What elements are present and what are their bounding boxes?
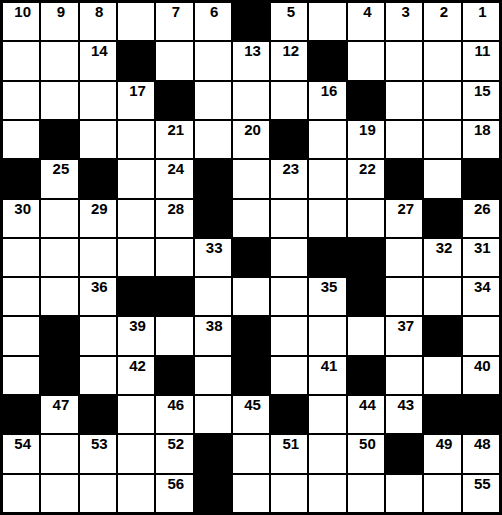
- cell-r9c10[interactable]: [348, 317, 384, 354]
- clue-number-7: 7: [159, 4, 192, 19]
- cell-r8c9[interactable]: 35: [309, 278, 345, 315]
- block-cell-r2c9: [309, 42, 345, 79]
- cell-r9c9[interactable]: [309, 317, 345, 354]
- cell-r4c3[interactable]: [80, 121, 116, 158]
- block-cell-r12c6: [195, 435, 231, 472]
- cell-r10c6[interactable]: [195, 357, 231, 394]
- clue-number-52: 52: [159, 436, 192, 451]
- block-cell-r5c3: [80, 160, 116, 197]
- cell-r7c11[interactable]: [386, 239, 422, 276]
- cell-r6c3[interactable]: 29: [80, 200, 116, 237]
- cell-r10c12[interactable]: [424, 357, 460, 394]
- cell-r6c4[interactable]: [118, 200, 154, 237]
- block-cell-r11c1: [3, 396, 39, 433]
- block-cell-r8c5: [156, 278, 192, 315]
- cell-r8c11[interactable]: [386, 278, 422, 315]
- block-cell-r7c10: [348, 239, 384, 276]
- cell-r7c6[interactable]: 33: [195, 239, 231, 276]
- cell-r2c1[interactable]: [3, 42, 39, 79]
- cell-r7c12[interactable]: 32: [424, 239, 460, 276]
- cell-r1c4[interactable]: [118, 3, 154, 40]
- cell-r2c5[interactable]: [156, 42, 192, 79]
- cell-r4c7[interactable]: 20: [233, 121, 269, 158]
- cell-r1c2[interactable]: 9: [41, 3, 77, 40]
- block-cell-r8c10: [348, 278, 384, 315]
- block-cell-r10c7: [233, 357, 269, 394]
- cell-r1c12[interactable]: 2: [424, 3, 460, 40]
- cell-r8c6[interactable]: [195, 278, 231, 315]
- cell-r8c2[interactable]: [41, 278, 77, 315]
- cell-r6c9[interactable]: [309, 200, 345, 237]
- cell-r1c3[interactable]: 8: [80, 3, 116, 40]
- clue-number-14: 14: [83, 43, 116, 58]
- cell-r11c5[interactable]: 46: [156, 396, 192, 433]
- cell-r8c8[interactable]: [271, 278, 307, 315]
- block-cell-r5c11: [386, 160, 422, 197]
- cell-r9c6[interactable]: 38: [195, 317, 231, 354]
- cell-r5c10[interactable]: 22: [348, 160, 384, 197]
- cell-r5c12[interactable]: [424, 160, 460, 197]
- cell-r2c6[interactable]: [195, 42, 231, 79]
- cell-r12c10[interactable]: 50: [348, 435, 384, 472]
- clue-number-16: 16: [312, 83, 345, 98]
- cell-r1c13[interactable]: 1: [463, 3, 499, 40]
- clue-number-48: 48: [466, 436, 499, 451]
- clue-number-13: 13: [236, 43, 269, 58]
- cell-r6c10[interactable]: [348, 200, 384, 237]
- cell-r2c7[interactable]: 13: [233, 42, 269, 79]
- cell-r3c12[interactable]: [424, 82, 460, 119]
- clue-number-4: 4: [351, 4, 384, 19]
- cell-r12c8[interactable]: 51: [271, 435, 307, 472]
- cell-r1c8[interactable]: 5: [271, 3, 307, 40]
- clue-number-32: 32: [427, 240, 460, 255]
- clue-number-9: 9: [44, 4, 77, 19]
- cell-r1c6[interactable]: 6: [195, 3, 231, 40]
- cell-r4c6[interactable]: [195, 121, 231, 158]
- cell-r6c7[interactable]: [233, 200, 269, 237]
- cell-r4c13[interactable]: 18: [463, 121, 499, 158]
- cell-r5c4[interactable]: [118, 160, 154, 197]
- cell-r10c4[interactable]: 42: [118, 357, 154, 394]
- block-cell-r9c2: [41, 317, 77, 354]
- clue-number-40: 40: [466, 358, 499, 373]
- cell-r3c6[interactable]: [195, 82, 231, 119]
- clue-number-50: 50: [351, 436, 384, 451]
- block-cell-r12c11: [386, 435, 422, 472]
- cell-r3c11[interactable]: [386, 82, 422, 119]
- clue-number-54: 54: [6, 436, 39, 451]
- clue-number-2: 2: [427, 4, 460, 19]
- clue-number-47: 47: [44, 397, 77, 412]
- clue-number-53: 53: [83, 436, 116, 451]
- cell-r2c11[interactable]: [386, 42, 422, 79]
- cell-r13c4[interactable]: [118, 475, 154, 512]
- cell-r4c11[interactable]: [386, 121, 422, 158]
- cell-r3c1[interactable]: [3, 82, 39, 119]
- block-cell-r2c4: [118, 42, 154, 79]
- clue-number-20: 20: [236, 122, 269, 137]
- block-cell-r9c12: [424, 317, 460, 354]
- cell-r9c11[interactable]: 37: [386, 317, 422, 354]
- crossword-board: 1098765432114131211171615212019182524232…: [0, 0, 502, 515]
- clue-number-24: 24: [159, 161, 192, 176]
- cell-r8c13[interactable]: 34: [463, 278, 499, 315]
- cell-r9c3[interactable]: [80, 317, 116, 354]
- cell-r11c2[interactable]: 47: [41, 396, 77, 433]
- cell-r10c1[interactable]: [3, 357, 39, 394]
- cell-r8c3[interactable]: 36: [80, 278, 116, 315]
- cell-r13c5[interactable]: 56: [156, 475, 192, 512]
- cell-r12c1[interactable]: 54: [3, 435, 39, 472]
- cell-r10c9[interactable]: 41: [309, 357, 345, 394]
- cell-r4c5[interactable]: 21: [156, 121, 192, 158]
- clue-number-30: 30: [6, 201, 39, 216]
- cell-r9c8[interactable]: [271, 317, 307, 354]
- block-cell-r5c6: [195, 160, 231, 197]
- clue-number-55: 55: [466, 476, 499, 491]
- cell-r5c7[interactable]: [233, 160, 269, 197]
- cell-r3c2[interactable]: [41, 82, 77, 119]
- cell-r3c13[interactable]: 15: [463, 82, 499, 119]
- cell-r2c10[interactable]: [348, 42, 384, 79]
- clue-number-19: 19: [351, 122, 384, 137]
- clue-number-41: 41: [312, 358, 345, 373]
- block-cell-r6c12: [424, 200, 460, 237]
- clue-number-49: 49: [427, 436, 460, 451]
- block-cell-r1c7: [233, 3, 269, 40]
- cell-r10c3[interactable]: [80, 357, 116, 394]
- block-cell-r10c5: [156, 357, 192, 394]
- clue-number-28: 28: [159, 201, 192, 216]
- clue-number-6: 6: [198, 4, 231, 19]
- cell-r12c2[interactable]: [41, 435, 77, 472]
- clue-number-56: 56: [159, 476, 192, 491]
- clue-number-44: 44: [351, 397, 384, 412]
- clue-number-15: 15: [466, 83, 499, 98]
- cell-r3c9[interactable]: 16: [309, 82, 345, 119]
- cell-r1c11[interactable]: 3: [386, 3, 422, 40]
- cell-r9c4[interactable]: 39: [118, 317, 154, 354]
- cell-r6c5[interactable]: 28: [156, 200, 192, 237]
- cell-r3c7[interactable]: [233, 82, 269, 119]
- clue-number-26: 26: [466, 201, 499, 216]
- clue-number-34: 34: [466, 279, 499, 294]
- cell-r6c2[interactable]: [41, 200, 77, 237]
- cell-r13c3[interactable]: [80, 475, 116, 512]
- cell-r6c11[interactable]: 27: [386, 200, 422, 237]
- clue-number-18: 18: [466, 122, 499, 137]
- cell-r5c2[interactable]: 25: [41, 160, 77, 197]
- cell-r11c4[interactable]: [118, 396, 154, 433]
- clue-number-31: 31: [466, 240, 499, 255]
- cell-r13c9[interactable]: [309, 475, 345, 512]
- cell-r8c1[interactable]: [3, 278, 39, 315]
- block-cell-r10c10: [348, 357, 384, 394]
- cell-r7c2[interactable]: [41, 239, 77, 276]
- cell-r2c12[interactable]: [424, 42, 460, 79]
- cell-r5c8[interactable]: 23: [271, 160, 307, 197]
- cell-r3c3[interactable]: [80, 82, 116, 119]
- cell-r8c12[interactable]: [424, 278, 460, 315]
- cell-r6c1[interactable]: 30: [3, 200, 39, 237]
- clue-number-46: 46: [159, 397, 192, 412]
- clue-number-5: 5: [274, 4, 307, 19]
- cell-r12c7[interactable]: [233, 435, 269, 472]
- cell-r7c8[interactable]: [271, 239, 307, 276]
- cell-r4c4[interactable]: [118, 121, 154, 158]
- clue-number-33: 33: [198, 240, 231, 255]
- clue-number-22: 22: [351, 161, 384, 176]
- block-cell-r4c2: [41, 121, 77, 158]
- cell-r13c2[interactable]: [41, 475, 77, 512]
- cell-r1c10[interactable]: 4: [348, 3, 384, 40]
- block-cell-r9c7: [233, 317, 269, 354]
- clue-number-51: 51: [274, 436, 307, 451]
- block-cell-r11c3: [80, 396, 116, 433]
- clue-number-10: 10: [6, 4, 39, 19]
- cell-r1c9[interactable]: [309, 3, 345, 40]
- cell-r7c4[interactable]: [118, 239, 154, 276]
- cell-r13c8[interactable]: [271, 475, 307, 512]
- clue-number-43: 43: [389, 397, 422, 412]
- block-cell-r11c12: [424, 396, 460, 433]
- cell-r12c9[interactable]: [309, 435, 345, 472]
- cell-r12c13[interactable]: 48: [463, 435, 499, 472]
- cell-r2c13[interactable]: 11: [463, 42, 499, 79]
- cell-r13c13[interactable]: 55: [463, 475, 499, 512]
- cell-r11c9[interactable]: [309, 396, 345, 433]
- block-cell-r4c8: [271, 121, 307, 158]
- block-cell-r3c10: [348, 82, 384, 119]
- cell-r1c1[interactable]: 10: [3, 3, 39, 40]
- cell-r13c11[interactable]: [386, 475, 422, 512]
- clue-number-21: 21: [159, 122, 192, 137]
- cell-r9c5[interactable]: [156, 317, 192, 354]
- cell-r2c3[interactable]: 14: [80, 42, 116, 79]
- block-cell-r5c13: [463, 160, 499, 197]
- cell-r2c2[interactable]: [41, 42, 77, 79]
- block-cell-r7c7: [233, 239, 269, 276]
- cell-r8c7[interactable]: [233, 278, 269, 315]
- block-cell-r11c8: [271, 396, 307, 433]
- block-cell-r11c13: [463, 396, 499, 433]
- cell-r11c10[interactable]: 44: [348, 396, 384, 433]
- cell-r12c4[interactable]: [118, 435, 154, 472]
- cell-r12c5[interactable]: 52: [156, 435, 192, 472]
- cell-r1c5[interactable]: 7: [156, 3, 192, 40]
- clue-number-1: 1: [466, 4, 499, 19]
- clue-number-37: 37: [389, 318, 422, 333]
- cell-r6c8[interactable]: [271, 200, 307, 237]
- block-cell-r7c9: [309, 239, 345, 276]
- clue-number-35: 35: [312, 279, 345, 294]
- cell-r4c12[interactable]: [424, 121, 460, 158]
- cell-r3c8[interactable]: [271, 82, 307, 119]
- cell-r4c9[interactable]: [309, 121, 345, 158]
- clue-number-27: 27: [389, 201, 422, 216]
- clue-number-11: 11: [466, 43, 499, 58]
- clue-number-39: 39: [121, 318, 154, 333]
- cell-r11c11[interactable]: 43: [386, 396, 422, 433]
- cell-r7c3[interactable]: [80, 239, 116, 276]
- clue-number-17: 17: [121, 83, 154, 98]
- block-cell-r3c5: [156, 82, 192, 119]
- cell-r4c10[interactable]: 19: [348, 121, 384, 158]
- cell-r10c8[interactable]: [271, 357, 307, 394]
- cell-r5c9[interactable]: [309, 160, 345, 197]
- cell-r13c1[interactable]: [3, 475, 39, 512]
- cell-r10c13[interactable]: 40: [463, 357, 499, 394]
- clue-number-12: 12: [274, 43, 307, 58]
- cell-r5c5[interactable]: 24: [156, 160, 192, 197]
- cell-r2c8[interactable]: 12: [271, 42, 307, 79]
- clue-number-23: 23: [274, 161, 307, 176]
- block-cell-r10c2: [41, 357, 77, 394]
- block-cell-r6c6: [195, 200, 231, 237]
- clue-number-45: 45: [236, 397, 269, 412]
- cell-r12c3[interactable]: 53: [80, 435, 116, 472]
- cell-r11c6[interactable]: [195, 396, 231, 433]
- cell-r13c12[interactable]: [424, 475, 460, 512]
- clue-number-3: 3: [389, 4, 422, 19]
- cell-r11c7[interactable]: 45: [233, 396, 269, 433]
- cell-r3c4[interactable]: 17: [118, 82, 154, 119]
- cell-r9c13[interactable]: [463, 317, 499, 354]
- cell-r13c7[interactable]: [233, 475, 269, 512]
- cell-r7c5[interactable]: [156, 239, 192, 276]
- cell-r7c1[interactable]: [3, 239, 39, 276]
- block-cell-r13c6: [195, 475, 231, 512]
- cell-r12c12[interactable]: 49: [424, 435, 460, 472]
- clue-number-29: 29: [83, 201, 116, 216]
- clue-number-8: 8: [83, 4, 116, 19]
- clue-number-36: 36: [83, 279, 116, 294]
- cell-r7c13[interactable]: 31: [463, 239, 499, 276]
- cell-r6c13[interactable]: 26: [463, 200, 499, 237]
- cell-r10c11[interactable]: [386, 357, 422, 394]
- clue-number-38: 38: [198, 318, 231, 333]
- cell-r4c1[interactable]: [3, 121, 39, 158]
- clue-number-25: 25: [44, 161, 77, 176]
- cell-r13c10[interactable]: [348, 475, 384, 512]
- block-cell-r5c1: [3, 160, 39, 197]
- cell-r9c1[interactable]: [3, 317, 39, 354]
- clue-number-42: 42: [121, 358, 154, 373]
- block-cell-r8c4: [118, 278, 154, 315]
